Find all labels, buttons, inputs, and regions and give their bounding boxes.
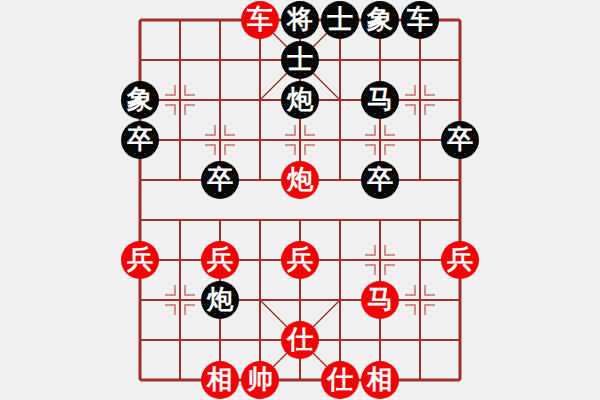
piece-red-horse[interactable]: 马 — [361, 281, 399, 319]
piece-black-elephant[interactable]: 象 — [361, 1, 399, 39]
piece-black-horse[interactable]: 马 — [361, 81, 399, 119]
piece-red-advisor[interactable]: 仕 — [281, 321, 319, 359]
piece-black-soldier[interactable]: 卒 — [201, 161, 239, 199]
piece-red-chariot[interactable]: 车 — [241, 1, 279, 39]
piece-red-elephant[interactable]: 相 — [201, 361, 239, 399]
piece-black-advisor[interactable]: 士 — [281, 41, 319, 79]
piece-red-advisor[interactable]: 仕 — [321, 361, 359, 399]
piece-red-general[interactable]: 帅 — [241, 361, 279, 399]
xiangqi-app: 车将士象车士象炮马卒卒卒炮卒兵兵兵兵炮马仕相帅仕相 — [0, 0, 600, 400]
piece-black-cannon[interactable]: 炮 — [281, 81, 319, 119]
piece-black-cannon[interactable]: 炮 — [201, 281, 239, 319]
piece-black-general[interactable]: 将 — [281, 1, 319, 39]
piece-red-elephant[interactable]: 相 — [361, 361, 399, 399]
xiangqi-board[interactable]: 车将士象车士象炮马卒卒卒炮卒兵兵兵兵炮马仕相帅仕相 — [0, 0, 600, 400]
piece-black-soldier[interactable]: 卒 — [121, 121, 159, 159]
piece-red-soldier[interactable]: 兵 — [281, 241, 319, 279]
piece-black-advisor[interactable]: 士 — [321, 1, 359, 39]
piece-black-soldier[interactable]: 卒 — [441, 121, 479, 159]
piece-red-cannon[interactable]: 炮 — [281, 161, 319, 199]
piece-black-soldier[interactable]: 卒 — [361, 161, 399, 199]
piece-black-chariot[interactable]: 车 — [401, 1, 439, 39]
piece-black-elephant[interactable]: 象 — [121, 81, 159, 119]
piece-red-soldier[interactable]: 兵 — [201, 241, 239, 279]
piece-red-soldier[interactable]: 兵 — [441, 241, 479, 279]
piece-red-soldier[interactable]: 兵 — [121, 241, 159, 279]
